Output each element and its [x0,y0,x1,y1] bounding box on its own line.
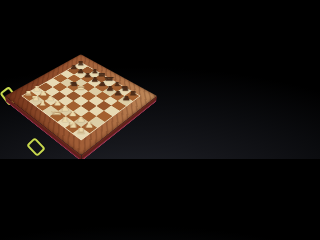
piece-white-queen[interactable]: ♛ [76,86,86,96]
white-queen-icon: ♛ [75,78,88,92]
white-bishop-icon: ♝ [37,94,49,107]
pieces-layer: ♜♝♛♚♝♞♜♟♟♟♟♟♟♟♟♞♛♟♟♟♟♟♟♟♟♜♞♝♚♝♞♜ [21,62,140,141]
chessboard: ♜♝♛♚♝♞♜♟♟♟♟♟♟♟♟♞♛♟♟♟♟♟♟♟♟♜♞♝♚♝♞♜ [5,54,157,155]
chessboard-scene: ♜♝♛♚♝♞♜♟♟♟♟♟♟♟♟♞♛♟♟♟♟♟♟♟♟♜♞♝♚♝♞♜ [0,0,159,159]
white-rook-icon: ♜ [76,124,87,136]
black-pawn-icon: ♟ [122,92,131,102]
photo-background: ♜♝♛♚♝♞♜♟♟♟♟♟♟♟♟♞♛♟♟♟♟♟♟♟♟♜♞♝♚♝♞♜ [0,0,159,159]
